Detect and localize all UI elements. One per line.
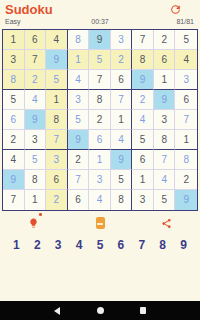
android-navbar <box>0 301 200 320</box>
cell-r2c9[interactable]: 4 <box>175 50 197 70</box>
cell-r4c3[interactable]: 1 <box>46 90 68 110</box>
status-row: Easy 00:37 81/81 <box>0 17 200 28</box>
share-icon <box>161 218 172 229</box>
cell-r7c1[interactable]: 4 <box>3 150 25 170</box>
progress-counter: 81/81 <box>176 18 194 25</box>
cell-r8c8[interactable]: 4 <box>154 170 176 190</box>
cell-r3c3[interactable]: 5 <box>46 70 68 90</box>
cell-r6c1[interactable]: 2 <box>3 130 25 150</box>
numpad-key-7[interactable]: 7 <box>138 238 145 252</box>
cell-r9c5[interactable]: 4 <box>89 190 111 210</box>
cell-r2c7[interactable]: 8 <box>132 50 154 70</box>
cell-r2c1[interactable]: 3 <box>3 50 25 70</box>
cell-r9c1[interactable]: 7 <box>3 190 25 210</box>
cell-r2c3[interactable]: 9 <box>46 50 68 70</box>
cell-r3c8[interactable]: 1 <box>154 70 176 90</box>
share-button[interactable] <box>133 212 200 234</box>
cell-r3c6[interactable]: 6 <box>111 70 133 90</box>
cell-r1c6[interactable]: 3 <box>111 30 133 50</box>
cell-r2c2[interactable]: 7 <box>25 50 47 70</box>
cell-r9c4[interactable]: 6 <box>68 190 90 210</box>
page-title: Sudoku <box>5 2 53 17</box>
cell-r9c9[interactable]: 9 <box>175 190 197 210</box>
cell-r7c9[interactable]: 8 <box>175 150 197 170</box>
cell-r1c8[interactable]: 2 <box>154 30 176 50</box>
eraser-button[interactable] <box>67 212 134 234</box>
cell-r9c8[interactable]: 5 <box>154 190 176 210</box>
number-pad: 123456789 <box>0 235 200 255</box>
numpad-key-3[interactable]: 3 <box>55 238 62 252</box>
cell-r4c4[interactable]: 3 <box>68 90 90 110</box>
cell-r8c2[interactable]: 8 <box>25 170 47 190</box>
cell-r5c6[interactable]: 1 <box>111 110 133 130</box>
cell-r4c7[interactable]: 2 <box>132 90 154 110</box>
numpad-key-6[interactable]: 6 <box>118 238 125 252</box>
eraser-icon <box>96 217 105 229</box>
cell-r9c7[interactable]: 3 <box>132 190 154 210</box>
cell-r2c5[interactable]: 5 <box>89 50 111 70</box>
home-icon[interactable] <box>92 301 108 320</box>
cell-r9c6[interactable]: 8 <box>111 190 133 210</box>
cell-r1c2[interactable]: 6 <box>25 30 47 50</box>
cell-r8c3[interactable]: 6 <box>46 170 68 190</box>
cell-r2c6[interactable]: 2 <box>111 50 133 70</box>
cell-r8c4[interactable]: 7 <box>68 170 90 190</box>
numpad-key-1[interactable]: 1 <box>13 238 20 252</box>
cell-r5c9[interactable]: 7 <box>175 110 197 130</box>
cell-r4c9[interactable]: 6 <box>175 90 197 110</box>
cell-r6c7[interactable]: 5 <box>132 130 154 150</box>
cell-r9c2[interactable]: 1 <box>25 190 47 210</box>
cell-r3c2[interactable]: 2 <box>25 70 47 90</box>
numpad-key-8[interactable]: 8 <box>159 238 166 252</box>
cell-r4c8[interactable]: 9 <box>154 90 176 110</box>
cell-r5c2[interactable]: 9 <box>25 110 47 130</box>
cell-r1c4[interactable]: 8 <box>68 30 90 50</box>
cell-r4c6[interactable]: 7 <box>111 90 133 110</box>
toolbar <box>0 212 200 234</box>
cell-r6c4[interactable]: 9 <box>68 130 90 150</box>
numpad-key-2[interactable]: 2 <box>34 238 41 252</box>
numpad-key-4[interactable]: 4 <box>76 238 83 252</box>
cell-r4c2[interactable]: 4 <box>25 90 47 110</box>
cell-r7c2[interactable]: 5 <box>25 150 47 170</box>
cell-r1c3[interactable]: 4 <box>46 30 68 50</box>
sudoku-grid: 1648937253791528648254769135413872966985… <box>2 29 198 211</box>
cell-r8c1[interactable]: 9 <box>3 170 25 190</box>
cell-r7c5[interactable]: 1 <box>89 150 111 170</box>
cell-r3c9[interactable]: 3 <box>175 70 197 90</box>
cell-r5c4[interactable]: 5 <box>68 110 90 130</box>
cell-r6c5[interactable]: 6 <box>89 130 111 150</box>
hint-button[interactable] <box>0 212 67 234</box>
cell-r5c5[interactable]: 2 <box>89 110 111 130</box>
cell-r3c7[interactable]: 9 <box>132 70 154 90</box>
cell-r7c6[interactable]: 9 <box>111 150 133 170</box>
cell-r3c5[interactable]: 7 <box>89 70 111 90</box>
cell-r7c4[interactable]: 2 <box>68 150 90 170</box>
cell-r5c7[interactable]: 4 <box>132 110 154 130</box>
cell-r6c2[interactable]: 3 <box>25 130 47 150</box>
cell-r6c3[interactable]: 7 <box>46 130 68 150</box>
cell-r7c8[interactable]: 7 <box>154 150 176 170</box>
cell-r4c1[interactable]: 5 <box>3 90 25 110</box>
cell-r3c4[interactable]: 4 <box>68 70 90 90</box>
cell-r1c9[interactable]: 5 <box>175 30 197 50</box>
numpad-key-5[interactable]: 5 <box>97 238 104 252</box>
lightbulb-icon <box>28 217 39 229</box>
cell-r9c3[interactable]: 2 <box>46 190 68 210</box>
cell-r2c4[interactable]: 1 <box>68 50 90 70</box>
cell-r5c3[interactable]: 8 <box>46 110 68 130</box>
cell-r8c7[interactable]: 1 <box>132 170 154 190</box>
cell-r8c6[interactable]: 5 <box>111 170 133 190</box>
back-icon[interactable] <box>49 301 65 320</box>
recents-icon[interactable] <box>135 301 151 320</box>
cell-r4c5[interactable]: 8 <box>89 90 111 110</box>
cell-r3c1[interactable]: 8 <box>3 70 25 90</box>
cell-r6c8[interactable]: 8 <box>154 130 176 150</box>
cell-r7c3[interactable]: 3 <box>46 150 68 170</box>
refresh-icon[interactable] <box>169 3 182 16</box>
hint-badge-dot <box>39 213 42 216</box>
app-header: Sudoku <box>0 0 200 17</box>
cell-r8c9[interactable]: 2 <box>175 170 197 190</box>
cell-r6c9[interactable]: 1 <box>175 130 197 150</box>
numpad-key-9[interactable]: 9 <box>180 238 187 252</box>
cell-r1c1[interactable]: 1 <box>3 30 25 50</box>
cell-r6c6[interactable]: 4 <box>111 130 133 150</box>
cell-r5c1[interactable]: 6 <box>3 110 25 130</box>
cell-r2c8[interactable]: 6 <box>154 50 176 70</box>
timer: 00:37 <box>0 18 200 25</box>
cell-r8c5[interactable]: 3 <box>89 170 111 190</box>
cell-r1c5[interactable]: 9 <box>89 30 111 50</box>
cell-r5c8[interactable]: 3 <box>154 110 176 130</box>
cell-r1c7[interactable]: 7 <box>132 30 154 50</box>
cell-r7c7[interactable]: 6 <box>132 150 154 170</box>
